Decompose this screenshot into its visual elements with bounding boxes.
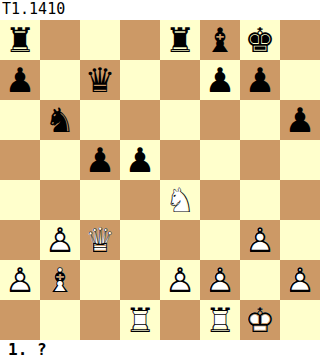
square-a7[interactable]: ♟ [0, 60, 40, 100]
square-h5[interactable] [280, 140, 320, 180]
black-pawn: ♟ [0, 60, 40, 100]
square-g7[interactable]: ♟ [240, 60, 280, 100]
square-d3[interactable] [120, 220, 160, 260]
square-e6[interactable] [160, 100, 200, 140]
square-e5[interactable] [160, 140, 200, 180]
square-e1[interactable] [160, 300, 200, 340]
square-c3[interactable]: ♛♕ [80, 220, 120, 260]
black-pawn: ♟ [120, 140, 160, 180]
square-g8[interactable]: ♚ [240, 20, 280, 60]
square-b4[interactable] [40, 180, 80, 220]
square-e8[interactable]: ♜ [160, 20, 200, 60]
square-h4[interactable] [280, 180, 320, 220]
square-a1[interactable] [0, 300, 40, 340]
square-d1[interactable]: ♜♖ [120, 300, 160, 340]
square-h7[interactable] [280, 60, 320, 100]
square-f7[interactable]: ♟ [200, 60, 240, 100]
square-f8[interactable]: ♝ [200, 20, 240, 60]
square-d8[interactable] [120, 20, 160, 60]
square-g3[interactable]: ♟♙ [240, 220, 280, 260]
square-e2[interactable]: ♟♙ [160, 260, 200, 300]
square-h6[interactable]: ♟ [280, 100, 320, 140]
square-g6[interactable] [240, 100, 280, 140]
square-f6[interactable] [200, 100, 240, 140]
white-pawn: ♙ [160, 260, 200, 300]
square-d2[interactable] [120, 260, 160, 300]
square-a4[interactable] [0, 180, 40, 220]
black-pawn: ♟ [280, 100, 320, 140]
square-d4[interactable] [120, 180, 160, 220]
square-b7[interactable] [40, 60, 80, 100]
move-prompt: 1. ? [0, 340, 320, 360]
black-pawn: ♟ [200, 60, 240, 100]
black-pawn: ♟ [240, 60, 280, 100]
square-g5[interactable] [240, 140, 280, 180]
square-d6[interactable] [120, 100, 160, 140]
black-king: ♚ [240, 20, 280, 60]
square-h2[interactable]: ♟♙ [280, 260, 320, 300]
square-b5[interactable] [40, 140, 80, 180]
white-king: ♔ [240, 300, 280, 340]
white-pawn: ♙ [0, 260, 40, 300]
square-a6[interactable] [0, 100, 40, 140]
black-pawn: ♟ [80, 140, 120, 180]
square-f2[interactable]: ♟♙ [200, 260, 240, 300]
square-b1[interactable] [40, 300, 80, 340]
white-rook: ♖ [200, 300, 240, 340]
white-rook: ♖ [120, 300, 160, 340]
white-pawn: ♙ [40, 220, 80, 260]
black-rook: ♜ [160, 20, 200, 60]
square-g2[interactable] [240, 260, 280, 300]
square-d5[interactable]: ♟ [120, 140, 160, 180]
square-b8[interactable] [40, 20, 80, 60]
square-f5[interactable] [200, 140, 240, 180]
square-b3[interactable]: ♟♙ [40, 220, 80, 260]
square-c8[interactable] [80, 20, 120, 60]
square-a8[interactable]: ♜ [0, 20, 40, 60]
square-d7[interactable] [120, 60, 160, 100]
square-f1[interactable]: ♜♖ [200, 300, 240, 340]
white-bishop: ♗ [40, 260, 80, 300]
black-rook: ♜ [0, 20, 40, 60]
white-queen: ♕ [80, 220, 120, 260]
white-pawn: ♙ [200, 260, 240, 300]
square-b6[interactable]: ♞ [40, 100, 80, 140]
square-c5[interactable]: ♟ [80, 140, 120, 180]
square-a2[interactable]: ♟♙ [0, 260, 40, 300]
square-e4[interactable]: ♞♘ [160, 180, 200, 220]
square-c7[interactable]: ♛ [80, 60, 120, 100]
square-g1[interactable]: ♚♔ [240, 300, 280, 340]
square-e7[interactable] [160, 60, 200, 100]
square-h8[interactable] [280, 20, 320, 60]
square-h3[interactable] [280, 220, 320, 260]
square-c2[interactable] [80, 260, 120, 300]
white-pawn: ♙ [280, 260, 320, 300]
square-c6[interactable] [80, 100, 120, 140]
square-g4[interactable] [240, 180, 280, 220]
square-e3[interactable] [160, 220, 200, 260]
black-bishop: ♝ [200, 20, 240, 60]
square-f4[interactable] [200, 180, 240, 220]
black-queen: ♛ [80, 60, 120, 100]
square-c4[interactable] [80, 180, 120, 220]
chess-board: ♜♜♝♚♟♛♟♟♞♟♟♟♞♘♟♙♛♕♟♙♟♙♝♗♟♙♟♙♟♙♜♖♜♖♚♔ [0, 20, 320, 340]
square-h1[interactable] [280, 300, 320, 340]
square-b2[interactable]: ♝♗ [40, 260, 80, 300]
white-knight: ♘ [160, 180, 200, 220]
square-f3[interactable] [200, 220, 240, 260]
puzzle-id: T1.1410 [0, 0, 320, 20]
square-c1[interactable] [80, 300, 120, 340]
black-knight: ♞ [40, 100, 80, 140]
white-pawn: ♙ [240, 220, 280, 260]
square-a5[interactable] [0, 140, 40, 180]
square-a3[interactable] [0, 220, 40, 260]
